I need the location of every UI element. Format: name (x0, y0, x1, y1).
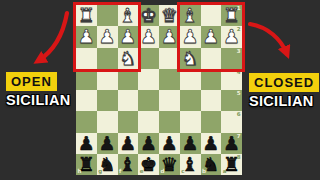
square-b2[interactable]: ♟ (201, 26, 222, 47)
closed-label-title: CLOSED (249, 73, 319, 92)
square-c2[interactable]: ♟ (180, 26, 201, 47)
black-pawn[interactable]: ♟ (99, 133, 116, 152)
square-a7[interactable]: ♟7 (221, 133, 242, 154)
square-f7[interactable]: ♟ (118, 133, 139, 154)
square-b4[interactable] (201, 69, 222, 90)
chess-board[interactable]: ♜♝♚♛♝♜1♟♟♟♟♟♟♟♟2♞♞3456♟♟♟♟♟♟♟♟7♜h♞g♝f♚e♛… (76, 5, 242, 175)
file-label-b: b (202, 169, 206, 175)
open-sicilian-label: OPEN SICILIAN (6, 72, 70, 108)
square-b6[interactable] (201, 111, 222, 132)
square-g5[interactable] (97, 90, 118, 111)
white-pawn[interactable]: ♟ (119, 27, 136, 46)
square-e6[interactable] (138, 111, 159, 132)
square-h7[interactable]: ♟ (76, 133, 97, 154)
white-king[interactable]: ♚ (140, 6, 157, 25)
white-pawn[interactable]: ♟ (99, 27, 116, 46)
rank-label-7: 7 (237, 134, 241, 140)
square-c4[interactable] (180, 69, 201, 90)
square-h3[interactable] (76, 48, 97, 69)
square-c3[interactable]: ♞ (180, 48, 201, 69)
square-e5[interactable] (138, 90, 159, 111)
file-label-d: d (161, 169, 165, 175)
rank-label-6: 6 (237, 112, 241, 118)
square-d6[interactable] (159, 111, 180, 132)
white-bishop[interactable]: ♝ (119, 6, 136, 25)
black-pawn[interactable]: ♟ (78, 133, 95, 152)
square-f2[interactable]: ♟ (118, 26, 139, 47)
black-pawn[interactable]: ♟ (140, 133, 157, 152)
square-d1[interactable]: ♛ (159, 5, 180, 26)
rank-label-2: 2 (237, 27, 241, 33)
square-g1[interactable] (97, 5, 118, 26)
square-f4[interactable] (118, 69, 139, 90)
square-c1[interactable]: ♝ (180, 5, 201, 26)
closed-label-subtitle: SICILIAN (249, 94, 313, 109)
square-d3[interactable] (159, 48, 180, 69)
white-rook[interactable]: ♜ (78, 6, 95, 25)
square-h8[interactable]: ♜h (76, 154, 97, 175)
square-a4[interactable]: 4 (221, 69, 242, 90)
square-c5[interactable] (180, 90, 201, 111)
black-bishop[interactable]: ♝ (119, 154, 136, 173)
square-g6[interactable] (97, 111, 118, 132)
file-label-g: g (98, 169, 102, 175)
square-a6[interactable]: 6 (221, 111, 242, 132)
square-c7[interactable]: ♟ (180, 133, 201, 154)
rank-label-5: 5 (237, 91, 241, 97)
square-e2[interactable]: ♟ (138, 26, 159, 47)
arrow-to-closed-label (250, 24, 287, 54)
black-pawn[interactable]: ♟ (161, 133, 178, 152)
square-e1[interactable]: ♚ (138, 5, 159, 26)
white-queen[interactable]: ♛ (161, 6, 178, 25)
square-g4[interactable] (97, 69, 118, 90)
file-label-e: e (140, 169, 144, 175)
file-label-c: c (181, 169, 184, 175)
square-h4[interactable] (76, 69, 97, 90)
square-g8[interactable]: ♞g (97, 154, 118, 175)
white-pawn[interactable]: ♟ (202, 27, 219, 46)
square-e3[interactable] (138, 48, 159, 69)
black-pawn[interactable]: ♟ (119, 133, 136, 152)
square-a2[interactable]: ♟2 (221, 26, 242, 47)
square-b3[interactable] (201, 48, 222, 69)
square-g7[interactable]: ♟ (97, 133, 118, 154)
square-h2[interactable]: ♟ (76, 26, 97, 47)
square-e7[interactable]: ♟ (138, 133, 159, 154)
square-h1[interactable]: ♜ (76, 5, 97, 26)
square-d8[interactable]: ♛d (159, 154, 180, 175)
square-b1[interactable] (201, 5, 222, 26)
square-a5[interactable]: 5 (221, 90, 242, 111)
square-c8[interactable]: ♝c (180, 154, 201, 175)
square-b7[interactable]: ♟ (201, 133, 222, 154)
arrow-to-open-label (38, 13, 67, 61)
square-d4[interactable] (159, 69, 180, 90)
black-pawn[interactable]: ♟ (202, 133, 219, 152)
square-g3[interactable] (97, 48, 118, 69)
file-label-f: f (119, 169, 121, 175)
rank-label-8: 8 (237, 155, 241, 161)
square-d5[interactable] (159, 90, 180, 111)
file-label-a: a (223, 169, 227, 175)
rank-label-1: 1 (237, 6, 241, 12)
square-f5[interactable] (118, 90, 139, 111)
open-label-subtitle: SICILIAN (6, 93, 70, 108)
square-c6[interactable] (180, 111, 201, 132)
white-knight[interactable]: ♞ (119, 48, 136, 67)
square-b5[interactable] (201, 90, 222, 111)
square-f1[interactable]: ♝ (118, 5, 139, 26)
black-pawn[interactable]: ♟ (182, 133, 199, 152)
square-e4[interactable] (138, 69, 159, 90)
white-pawn[interactable]: ♟ (140, 27, 157, 46)
square-f6[interactable] (118, 111, 139, 132)
square-a8[interactable]: ♜8a (221, 154, 242, 175)
white-pawn[interactable]: ♟ (78, 27, 95, 46)
square-a3[interactable]: 3 (221, 48, 242, 69)
open-label-title: OPEN (6, 72, 57, 91)
square-h5[interactable] (76, 90, 97, 111)
rank-label-3: 3 (237, 49, 241, 55)
file-label-h: h (78, 169, 82, 175)
square-a1[interactable]: ♜1 (221, 5, 242, 26)
white-knight[interactable]: ♞ (182, 48, 199, 67)
white-pawn[interactable]: ♟ (182, 27, 199, 46)
square-d7[interactable]: ♟ (159, 133, 180, 154)
square-f8[interactable]: ♝f (118, 154, 139, 175)
chess-lesson-frame: ♜♝♚♛♝♜1♟♟♟♟♟♟♟♟2♞♞3456♟♟♟♟♟♟♟♟7♜h♞g♝f♚e♛… (0, 0, 320, 180)
square-e8[interactable]: ♚e (138, 154, 159, 175)
square-b8[interactable]: ♞b (201, 154, 222, 175)
square-g2[interactable]: ♟ (97, 26, 118, 47)
square-h6[interactable] (76, 111, 97, 132)
square-d2[interactable]: ♟ (159, 26, 180, 47)
closed-sicilian-label: CLOSED SICILIAN (249, 73, 319, 109)
rank-label-4: 4 (237, 70, 241, 76)
square-f3[interactable]: ♞ (118, 48, 139, 69)
white-pawn[interactable]: ♟ (161, 27, 178, 46)
white-bishop[interactable]: ♝ (182, 6, 199, 25)
